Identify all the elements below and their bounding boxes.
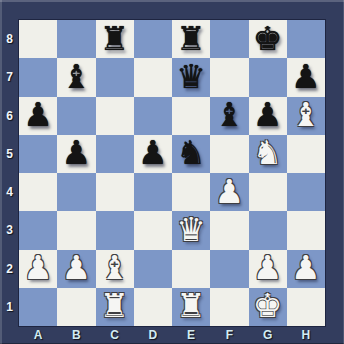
black-bishop: ♝ bbox=[215, 98, 245, 131]
square-b1[interactable] bbox=[57, 288, 95, 326]
chess-board: ♜♜♚♝♛♟♟♝♟♝♟♟♞♞♟♛♟♟♝♟♟♜♜♚ bbox=[19, 20, 325, 326]
file-label-a: A bbox=[19, 326, 57, 344]
square-b5[interactable]: ♟ bbox=[57, 135, 95, 173]
square-a4[interactable] bbox=[19, 173, 57, 211]
square-c2[interactable]: ♝ bbox=[96, 250, 134, 288]
square-g5[interactable]: ♞ bbox=[249, 135, 287, 173]
square-f1[interactable] bbox=[210, 288, 248, 326]
white-pawn: ♟ bbox=[215, 175, 245, 208]
square-d2[interactable] bbox=[134, 250, 172, 288]
white-king: ♚ bbox=[253, 289, 283, 322]
square-e3[interactable]: ♛ bbox=[172, 211, 210, 249]
square-b3[interactable] bbox=[57, 211, 95, 249]
square-h7[interactable]: ♟ bbox=[287, 58, 325, 96]
square-d7[interactable] bbox=[134, 58, 172, 96]
black-pawn: ♟ bbox=[253, 98, 283, 131]
square-g8[interactable]: ♚ bbox=[249, 20, 287, 58]
file-label-f: F bbox=[210, 326, 248, 344]
square-a5[interactable] bbox=[19, 135, 57, 173]
square-f3[interactable] bbox=[210, 211, 248, 249]
white-pawn: ♟ bbox=[23, 251, 53, 284]
file-label-h: H bbox=[287, 326, 325, 344]
file-label-e: E bbox=[172, 326, 210, 344]
square-e2[interactable] bbox=[172, 250, 210, 288]
square-c1[interactable]: ♜ bbox=[96, 288, 134, 326]
square-g3[interactable] bbox=[249, 211, 287, 249]
rank-label-4: 4 bbox=[0, 173, 19, 211]
square-f6[interactable]: ♝ bbox=[210, 97, 248, 135]
square-c6[interactable] bbox=[96, 97, 134, 135]
black-king: ♚ bbox=[253, 22, 283, 55]
file-label-c: C bbox=[96, 326, 134, 344]
square-d5[interactable]: ♟ bbox=[134, 135, 172, 173]
file-labels: ABCDEFGH bbox=[19, 326, 325, 344]
black-pawn: ♟ bbox=[62, 136, 92, 169]
square-g6[interactable]: ♟ bbox=[249, 97, 287, 135]
white-bishop: ♝ bbox=[100, 251, 130, 284]
square-g2[interactable]: ♟ bbox=[249, 250, 287, 288]
square-e5[interactable]: ♞ bbox=[172, 135, 210, 173]
square-a2[interactable]: ♟ bbox=[19, 250, 57, 288]
square-f8[interactable] bbox=[210, 20, 248, 58]
chess-board-frame: ♜♜♚♝♛♟♟♝♟♝♟♟♞♞♟♛♟♟♝♟♟♜♜♚ 87654321 ABCDEF… bbox=[0, 0, 344, 344]
black-pawn: ♟ bbox=[23, 98, 53, 131]
square-a8[interactable] bbox=[19, 20, 57, 58]
rank-labels: 87654321 bbox=[0, 20, 19, 326]
rank-label-3: 3 bbox=[0, 211, 19, 249]
square-e4[interactable] bbox=[172, 173, 210, 211]
square-h5[interactable] bbox=[287, 135, 325, 173]
square-g7[interactable] bbox=[249, 58, 287, 96]
rank-label-1: 1 bbox=[0, 288, 19, 326]
white-rook: ♜ bbox=[100, 289, 130, 322]
square-e1[interactable]: ♜ bbox=[172, 288, 210, 326]
white-bishop: ♝ bbox=[291, 98, 321, 131]
square-f7[interactable] bbox=[210, 58, 248, 96]
black-knight: ♞ bbox=[176, 136, 206, 169]
square-a3[interactable] bbox=[19, 211, 57, 249]
square-d8[interactable] bbox=[134, 20, 172, 58]
rank-label-6: 6 bbox=[0, 97, 19, 135]
square-e7[interactable]: ♛ bbox=[172, 58, 210, 96]
black-queen: ♛ bbox=[176, 60, 206, 93]
square-g1[interactable]: ♚ bbox=[249, 288, 287, 326]
square-c7[interactable] bbox=[96, 58, 134, 96]
square-h8[interactable] bbox=[287, 20, 325, 58]
rank-label-2: 2 bbox=[0, 250, 19, 288]
square-a7[interactable] bbox=[19, 58, 57, 96]
white-pawn: ♟ bbox=[62, 251, 92, 284]
file-label-b: B bbox=[57, 326, 95, 344]
square-d4[interactable] bbox=[134, 173, 172, 211]
square-b8[interactable] bbox=[57, 20, 95, 58]
square-a1[interactable] bbox=[19, 288, 57, 326]
white-pawn: ♟ bbox=[291, 251, 321, 284]
square-b6[interactable] bbox=[57, 97, 95, 135]
square-f2[interactable] bbox=[210, 250, 248, 288]
square-a6[interactable]: ♟ bbox=[19, 97, 57, 135]
square-h1[interactable] bbox=[287, 288, 325, 326]
rank-label-8: 8 bbox=[0, 20, 19, 58]
white-rook: ♜ bbox=[176, 289, 206, 322]
square-g4[interactable] bbox=[249, 173, 287, 211]
black-rook: ♜ bbox=[100, 22, 130, 55]
square-c4[interactable] bbox=[96, 173, 134, 211]
square-f4[interactable]: ♟ bbox=[210, 173, 248, 211]
square-e6[interactable] bbox=[172, 97, 210, 135]
black-rook: ♜ bbox=[176, 22, 206, 55]
file-label-d: D bbox=[134, 326, 172, 344]
black-pawn: ♟ bbox=[291, 60, 321, 93]
rank-label-5: 5 bbox=[0, 135, 19, 173]
square-c5[interactable] bbox=[96, 135, 134, 173]
square-c3[interactable] bbox=[96, 211, 134, 249]
square-h4[interactable] bbox=[287, 173, 325, 211]
square-e8[interactable]: ♜ bbox=[172, 20, 210, 58]
square-d1[interactable] bbox=[134, 288, 172, 326]
square-h6[interactable]: ♝ bbox=[287, 97, 325, 135]
white-pawn: ♟ bbox=[253, 251, 283, 284]
square-h3[interactable] bbox=[287, 211, 325, 249]
square-b4[interactable] bbox=[57, 173, 95, 211]
square-f5[interactable] bbox=[210, 135, 248, 173]
square-d6[interactable] bbox=[134, 97, 172, 135]
black-bishop: ♝ bbox=[62, 60, 92, 93]
rank-label-7: 7 bbox=[0, 58, 19, 96]
black-pawn: ♟ bbox=[138, 136, 168, 169]
white-queen: ♛ bbox=[176, 213, 206, 246]
file-label-g: G bbox=[249, 326, 287, 344]
square-b7[interactable]: ♝ bbox=[57, 58, 95, 96]
square-c8[interactable]: ♜ bbox=[96, 20, 134, 58]
square-d3[interactable] bbox=[134, 211, 172, 249]
white-knight: ♞ bbox=[253, 136, 283, 169]
square-h2[interactable]: ♟ bbox=[287, 250, 325, 288]
square-b2[interactable]: ♟ bbox=[57, 250, 95, 288]
